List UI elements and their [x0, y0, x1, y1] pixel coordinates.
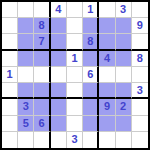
given-digit: 3 [23, 101, 29, 112]
sudoku-cell-r9c2[interactable] [18, 132, 34, 148]
sudoku-cell-r6c6[interactable] [83, 83, 99, 99]
sudoku-cell-r8c5[interactable] [67, 116, 83, 132]
sudoku-cell-r5c9[interactable] [132, 67, 148, 83]
sudoku-cell-r2c1[interactable] [2, 18, 18, 34]
sudoku-cell-r7c2[interactable]: 3 [18, 99, 34, 115]
sudoku-cell-r6c4[interactable] [51, 83, 67, 99]
sudoku-cell-r9c9[interactable] [132, 132, 148, 148]
given-digit: 8 [87, 36, 93, 47]
sudoku-cell-r1c3[interactable] [34, 2, 50, 18]
sudoku-cell-r5c4[interactable] [51, 67, 67, 83]
sudoku-cell-r6c5[interactable] [67, 83, 83, 99]
sudoku-cell-r2c6[interactable] [83, 18, 99, 34]
sudoku-cell-r5c1[interactable]: 1 [2, 67, 18, 83]
sudoku-cell-r4c2[interactable] [18, 51, 34, 67]
sudoku-cell-r2c3[interactable]: 8 [34, 18, 50, 34]
sudoku-cell-r3c6[interactable]: 8 [83, 34, 99, 50]
sudoku-cell-r3c3[interactable]: 7 [34, 34, 50, 50]
sudoku-cell-r7c6[interactable] [83, 99, 99, 115]
sudoku-cell-r4c5[interactable]: 1 [67, 51, 83, 67]
sudoku-cell-r2c2[interactable] [18, 18, 34, 34]
sudoku-cell-r7c3[interactable] [34, 99, 50, 115]
given-digit: 1 [7, 69, 13, 80]
sudoku-cell-r7c9[interactable] [132, 99, 148, 115]
sudoku-cell-r7c5[interactable] [67, 99, 83, 115]
sudoku-cell-r2c4[interactable] [51, 18, 67, 34]
sudoku-cell-r3c7[interactable] [99, 34, 115, 50]
given-digit: 6 [87, 69, 93, 80]
sudoku-cell-r3c8[interactable] [116, 34, 132, 50]
sudoku-cell-r5c5[interactable] [67, 67, 83, 83]
sudoku-cell-r3c5[interactable] [67, 34, 83, 50]
sudoku-cell-r4c6[interactable] [83, 51, 99, 67]
sudoku-cell-r2c7[interactable] [99, 18, 115, 34]
given-digit: 8 [38, 20, 44, 31]
sudoku-cell-r5c3[interactable] [34, 67, 50, 83]
sudoku-cell-r9c5[interactable]: 3 [67, 132, 83, 148]
given-digit: 5 [23, 118, 29, 129]
sudoku-cell-r8c9[interactable] [132, 116, 148, 132]
given-digit: 1 [87, 4, 93, 15]
sudoku-cell-r9c6[interactable] [83, 132, 99, 148]
sudoku-cell-r5c6[interactable]: 6 [83, 67, 99, 83]
sudoku-cell-r9c8[interactable] [116, 132, 132, 148]
sudoku-cell-r1c6[interactable]: 1 [83, 2, 99, 18]
given-digit: 3 [120, 4, 126, 15]
given-digit: 9 [104, 101, 110, 112]
sudoku-cell-r5c7[interactable] [99, 67, 115, 83]
sudoku-cell-r3c1[interactable] [2, 34, 18, 50]
sudoku-cell-r8c8[interactable] [116, 116, 132, 132]
given-digit: 2 [120, 101, 126, 112]
sudoku-cell-r5c2[interactable] [18, 67, 34, 83]
sudoku-cell-r8c6[interactable] [83, 116, 99, 132]
sudoku-board: 4138978148163392563 [0, 0, 150, 150]
sudoku-cell-r3c2[interactable] [18, 34, 34, 50]
sudoku-cell-r4c9[interactable]: 8 [132, 51, 148, 67]
given-digit: 1 [71, 53, 77, 64]
sudoku-cell-r1c8[interactable]: 3 [116, 2, 132, 18]
sudoku-cell-r4c7[interactable]: 4 [99, 51, 115, 67]
sudoku-cell-r2c5[interactable] [67, 18, 83, 34]
given-digit: 7 [38, 36, 44, 47]
sudoku-cell-r9c3[interactable] [34, 132, 50, 148]
sudoku-cell-r1c7[interactable] [99, 2, 115, 18]
sudoku-cell-r6c8[interactable] [116, 83, 132, 99]
sudoku-cell-r6c7[interactable] [99, 83, 115, 99]
sudoku-cell-r2c9[interactable]: 9 [132, 18, 148, 34]
sudoku-cell-r3c9[interactable] [132, 34, 148, 50]
sudoku-cell-r6c1[interactable] [2, 83, 18, 99]
sudoku-cell-r1c5[interactable] [67, 2, 83, 18]
sudoku-cell-r7c1[interactable] [2, 99, 18, 115]
sudoku-cell-r8c3[interactable]: 6 [34, 116, 50, 132]
given-digit: 4 [55, 4, 61, 15]
sudoku-cell-r4c3[interactable] [34, 51, 50, 67]
sudoku-cell-r4c8[interactable] [116, 51, 132, 67]
given-digit: 3 [71, 134, 77, 145]
sudoku-cell-r8c1[interactable] [2, 116, 18, 132]
given-digit: 9 [137, 20, 143, 31]
sudoku-cell-r4c4[interactable] [51, 51, 67, 67]
given-digit: 6 [38, 118, 44, 129]
given-digit: 4 [104, 53, 110, 64]
sudoku-cell-r9c7[interactable] [99, 132, 115, 148]
sudoku-cell-r7c8[interactable]: 2 [116, 99, 132, 115]
sudoku-cell-r4c1[interactable] [2, 51, 18, 67]
sudoku-cell-r7c7[interactable]: 9 [99, 99, 115, 115]
sudoku-cell-r6c2[interactable] [18, 83, 34, 99]
sudoku-cell-r9c4[interactable] [51, 132, 67, 148]
sudoku-cell-r6c9[interactable]: 3 [132, 83, 148, 99]
sudoku-cell-r1c2[interactable] [18, 2, 34, 18]
sudoku-cell-r6c3[interactable] [34, 83, 50, 99]
sudoku-cell-r8c2[interactable]: 5 [18, 116, 34, 132]
given-digit: 8 [137, 53, 143, 64]
sudoku-cell-r1c4[interactable]: 4 [51, 2, 67, 18]
given-digit: 3 [137, 85, 143, 96]
sudoku-cell-r3c4[interactable] [51, 34, 67, 50]
sudoku-cell-r1c9[interactable] [132, 2, 148, 18]
sudoku-cell-r2c8[interactable] [116, 18, 132, 34]
sudoku-cell-r1c1[interactable] [2, 2, 18, 18]
sudoku-cell-r5c8[interactable] [116, 67, 132, 83]
sudoku-cell-r9c1[interactable] [2, 132, 18, 148]
sudoku-cell-r8c7[interactable] [99, 116, 115, 132]
sudoku-cell-r7c4[interactable] [51, 99, 67, 115]
sudoku-cell-r8c4[interactable] [51, 116, 67, 132]
